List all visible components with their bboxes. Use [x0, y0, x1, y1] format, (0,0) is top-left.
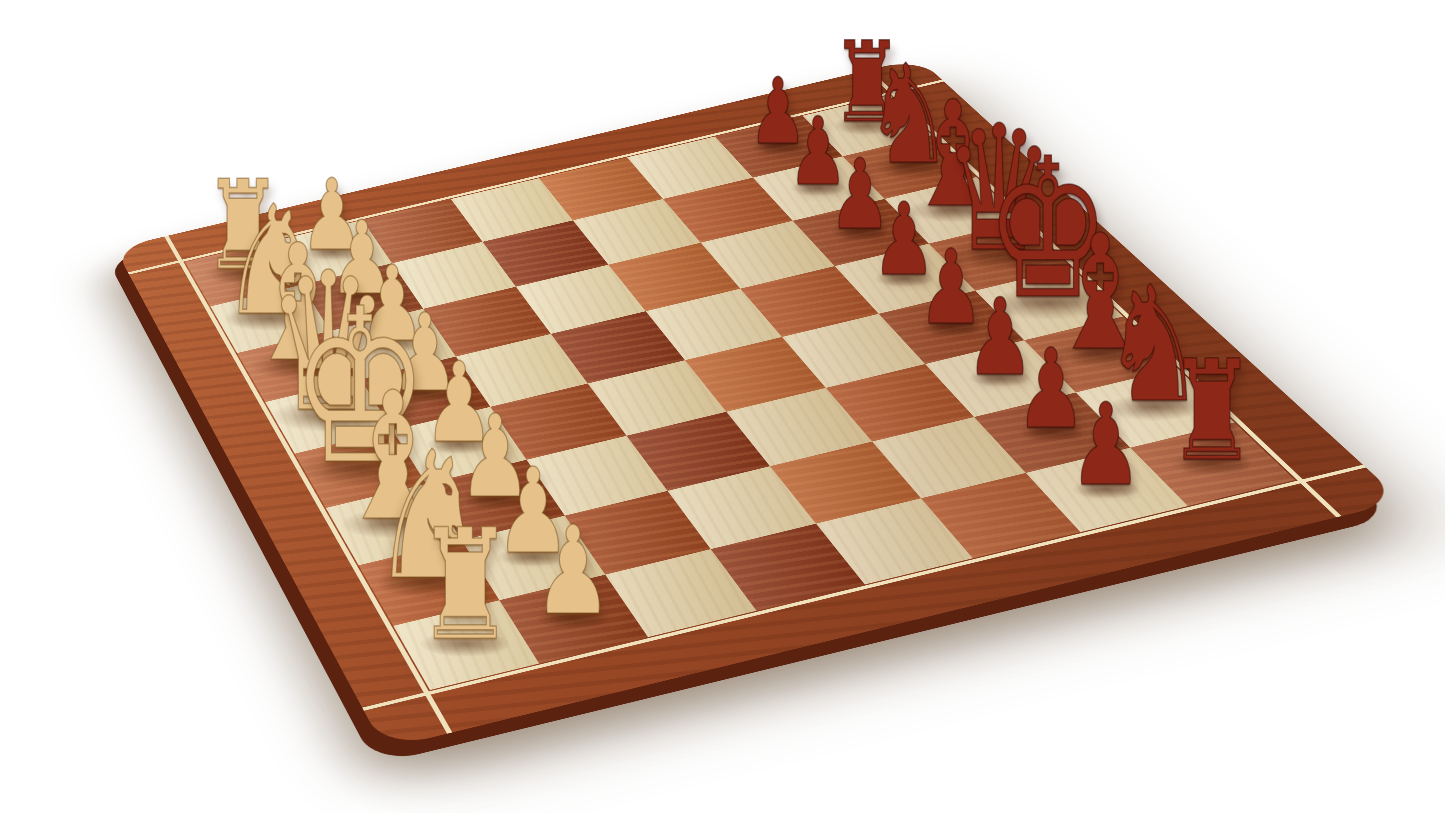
piece-white-rook-h1[interactable]: ♜ — [416, 510, 515, 663]
chess-set-photo: ♜♞♝♛♚♝♞♜♟♟♟♟♟♟♟♟♟♟♟♟♟♟♟♟♜♞♝♛♚♝♞♜ — [0, 0, 1445, 813]
piece-red-pawn-h7[interactable]: ♟ — [1069, 389, 1142, 503]
piece-red-rook-h8[interactable]: ♜ — [1167, 342, 1256, 481]
piece-white-pawn-h2[interactable]: ♟ — [533, 511, 612, 633]
pieces-layer: ♜♞♝♛♚♝♞♜♟♟♟♟♟♟♟♟♟♟♟♟♟♟♟♟♜♞♝♛♚♝♞♜ — [0, 0, 1445, 813]
